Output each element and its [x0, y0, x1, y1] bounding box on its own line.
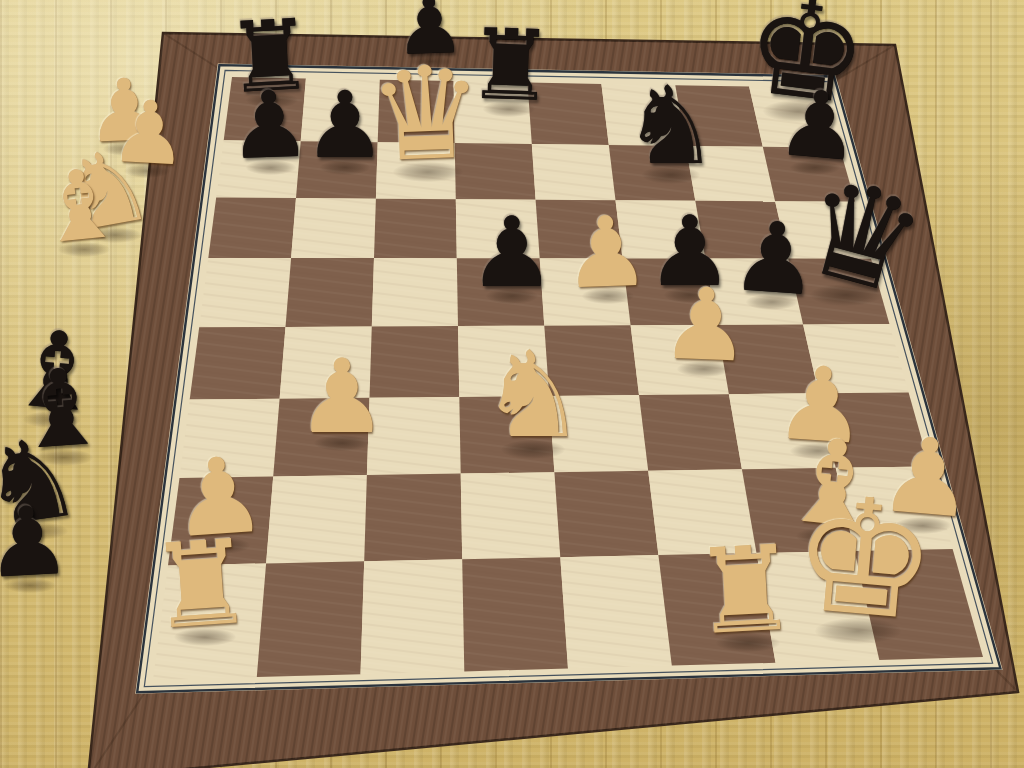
piece-white-rook-f1[interactable]: ♜ — [690, 529, 801, 651]
captured-white-bishop[interactable]: ♝ — [32, 154, 128, 258]
chess-scene: ♜♜♚♟♟♛♞♟♟♟♟♟♛♟♟♞♟♟♝♟♜♜♚♟♟♞♝♝♝♞♟♟ — [0, 0, 1024, 768]
piece-white-knight-d3[interactable]: ♞ — [480, 336, 587, 455]
piece-black-pawn-a7[interactable]: ♟ — [227, 78, 313, 173]
pieces-layer: ♜♜♚♟♟♛♞♟♟♟♟♟♛♟♟♞♟♟♝♟♜♜♚♟♟♞♝♝♝♞♟♟ — [0, 0, 1024, 768]
piece-black-knight-f7[interactable]: ♞ — [623, 72, 720, 180]
captured-black-pawn[interactable]: ♟ — [0, 493, 73, 592]
piece-black-pawn-d5[interactable]: ♟ — [469, 204, 556, 301]
piece-white-queen-c7[interactable]: ♛ — [366, 48, 485, 180]
piece-white-king-g1[interactable]: ♚ — [786, 473, 943, 645]
piece-white-pawn-b3[interactable]: ♟ — [296, 346, 387, 448]
piece-white-pawn-f4[interactable]: ♟ — [660, 273, 752, 375]
piece-white-pawn-e5[interactable]: ♟ — [561, 202, 651, 302]
piece-white-rook-a1[interactable]: ♜ — [145, 523, 257, 646]
tatami-mat: { "game": "chess", "scene_title": "Woode… — [0, 0, 1024, 768]
